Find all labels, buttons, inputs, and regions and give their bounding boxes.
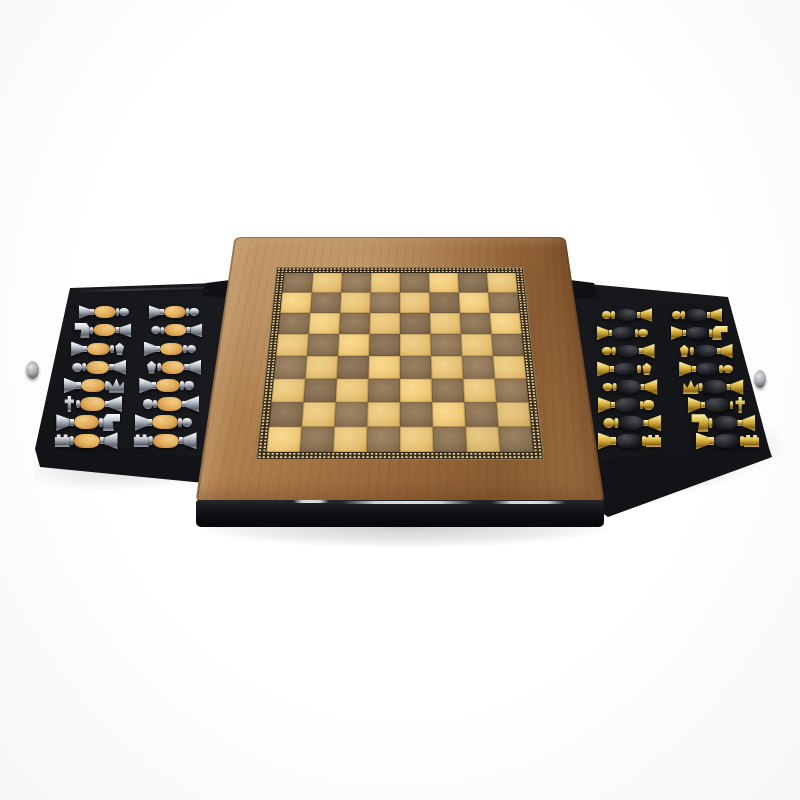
square-d1[interactable] [367, 427, 400, 452]
piece-part [157, 397, 182, 411]
tray-piece-right-queen[interactable] [683, 379, 744, 395]
piece-part [613, 383, 617, 392]
piece-part [639, 348, 643, 354]
piece-part [641, 363, 653, 376]
square-c3[interactable] [336, 379, 369, 403]
piece-part [110, 364, 114, 370]
piece-part [134, 434, 150, 447]
piece-part [691, 414, 708, 431]
square-g8[interactable] [458, 273, 488, 293]
piece-part [679, 362, 691, 377]
piece-part [710, 308, 722, 322]
piece-part [643, 400, 654, 409]
tray-piece-left-pawn[interactable] [139, 378, 200, 394]
piece-part [73, 434, 99, 448]
square-h1[interactable] [498, 427, 533, 452]
piece-part [712, 326, 727, 341]
tray-piece-left-rook[interactable] [53, 432, 118, 449]
piece-part [690, 347, 693, 355]
piece-part [89, 327, 92, 335]
piece-part [156, 379, 180, 392]
tray-piece-left-knight[interactable] [56, 414, 119, 431]
square-e3[interactable] [400, 379, 432, 403]
piece-part [671, 311, 680, 319]
square-e8[interactable] [400, 273, 429, 293]
tray-piece-right-pawn[interactable] [597, 344, 655, 359]
tray-piece-right-rook[interactable] [598, 433, 663, 450]
left-drawer-knob[interactable] [26, 361, 39, 379]
square-b3[interactable] [304, 379, 337, 403]
piece-part [696, 433, 710, 450]
square-b6[interactable] [309, 313, 341, 334]
square-e7[interactable] [400, 293, 430, 313]
piece-part [145, 361, 157, 374]
piece-part [186, 396, 199, 412]
piece-part [71, 342, 83, 357]
square-f2[interactable] [432, 402, 465, 426]
square-g7[interactable] [459, 293, 490, 313]
piece-part [615, 398, 640, 412]
square-e5[interactable] [400, 334, 431, 356]
piece-part [164, 306, 186, 317]
piece-part [598, 433, 612, 450]
piece-part [684, 309, 706, 320]
tray-piece-right-bishop[interactable] [597, 362, 656, 377]
piece-part [611, 311, 614, 318]
piece-part [688, 397, 701, 413]
piece-part [615, 345, 638, 357]
piece-part [640, 308, 652, 322]
chess-box-scene [0, 0, 800, 800]
piece-part [708, 418, 712, 427]
tray-piece-right-pawn[interactable] [597, 326, 653, 340]
piece-part [645, 379, 658, 395]
piece-part [164, 324, 187, 336]
piece-part [184, 432, 198, 449]
piece-part [602, 347, 612, 355]
piece-part [191, 323, 203, 337]
square-c7[interactable] [340, 293, 370, 313]
piece-part [94, 306, 116, 317]
piece-part [723, 365, 733, 374]
square-h5[interactable] [491, 334, 524, 356]
base-gloss-streak [492, 501, 566, 504]
tray-piece-left-pawn[interactable] [67, 360, 126, 375]
piece-part [742, 415, 755, 432]
square-d7[interactable] [370, 293, 400, 313]
tray-piece-right-pawn[interactable] [667, 308, 722, 322]
piece-part [151, 326, 161, 334]
piece-part [135, 414, 148, 431]
board-lid [195, 237, 604, 503]
square-b8[interactable] [312, 273, 342, 293]
piece-part [139, 378, 152, 394]
piece-part [114, 360, 126, 375]
square-h3[interactable] [495, 379, 529, 403]
square-e2[interactable] [400, 402, 433, 426]
square-h4[interactable] [493, 356, 526, 379]
tray-piece-left-rook[interactable] [132, 432, 197, 449]
tray-piece-left-bishop[interactable] [71, 342, 129, 357]
square-g6[interactable] [460, 313, 492, 334]
piece-part [617, 380, 641, 393]
piece-part [712, 416, 737, 430]
piece-part [54, 434, 70, 447]
piece-part [110, 345, 113, 353]
piece-part [149, 436, 153, 445]
piece-part [187, 327, 191, 333]
tray-piece-right-rook[interactable] [696, 433, 761, 450]
piece-part [717, 348, 721, 354]
piece-part [105, 401, 109, 408]
square-f4[interactable] [431, 356, 463, 379]
piece-part [603, 418, 614, 428]
square-c6[interactable] [339, 313, 370, 334]
square-f3[interactable] [432, 379, 465, 403]
piece-part [637, 365, 641, 373]
piece-part [143, 399, 154, 408]
square-c2[interactable] [334, 402, 367, 426]
piece-part [686, 327, 709, 339]
tray-piece-right-pawn[interactable] [598, 397, 660, 413]
tray-piece-right-knight[interactable] [671, 326, 727, 340]
piece-part [614, 363, 638, 376]
piece-part [119, 323, 131, 337]
piece-part [646, 435, 662, 448]
piece-part [179, 437, 184, 444]
piece-part [709, 329, 712, 337]
tray-piece-right-bishop[interactable] [675, 344, 733, 359]
square-f6[interactable] [430, 313, 461, 334]
piece-part [706, 312, 710, 318]
piece-part [187, 345, 197, 353]
piece-part [93, 324, 116, 336]
square-a7[interactable] [280, 293, 311, 313]
piece-part [696, 363, 720, 376]
tray-piece-right-pawn[interactable] [597, 379, 658, 395]
piece-part [731, 379, 744, 395]
square-g4[interactable] [462, 356, 495, 379]
piece-part [693, 345, 716, 357]
piece-part [182, 401, 186, 408]
piece-part [740, 436, 744, 445]
square-b7[interactable] [310, 293, 341, 313]
piece-part [612, 347, 615, 355]
tray-piece-right-king[interactable] [688, 397, 750, 413]
piece-part [73, 363, 83, 372]
square-g5[interactable] [461, 334, 493, 356]
tray-piece-left-knight[interactable] [75, 323, 131, 337]
square-g3[interactable] [463, 379, 496, 403]
square-c4[interactable] [337, 356, 369, 379]
board-inlay-border [256, 267, 544, 459]
piece-part [81, 379, 105, 392]
piece-part [161, 327, 164, 335]
piece-part [182, 418, 193, 428]
piece-part [681, 311, 684, 318]
piece-part [643, 344, 655, 359]
piece-part [80, 397, 105, 411]
piece-part [74, 323, 89, 338]
piece-part [598, 397, 611, 413]
square-f5[interactable] [430, 334, 462, 356]
square-a1[interactable] [266, 427, 301, 452]
piece-part [744, 435, 760, 448]
piece-part [601, 311, 610, 319]
square-a8[interactable] [282, 273, 313, 293]
tray-piece-left-pawn[interactable] [79, 305, 134, 319]
piece-part [727, 384, 731, 391]
tray-piece-left-pawn[interactable] [146, 323, 202, 337]
square-g1[interactable] [466, 427, 501, 452]
square-b1[interactable] [300, 427, 335, 452]
square-d3[interactable] [368, 379, 400, 403]
piece-part [614, 418, 618, 427]
square-b4[interactable] [305, 356, 338, 379]
square-h7[interactable] [488, 293, 519, 313]
piece-part [144, 342, 156, 357]
piece-part [737, 420, 741, 427]
piece-part [699, 383, 703, 392]
square-h8[interactable] [487, 273, 518, 293]
piece-part [87, 343, 110, 355]
piece-part [105, 381, 109, 390]
piece-part [636, 312, 640, 318]
piece-part [109, 396, 122, 412]
square-a5[interactable] [276, 334, 309, 356]
base-gloss-streak [342, 501, 474, 504]
piece-part [597, 326, 609, 340]
piece-part [69, 436, 73, 445]
piece-part [115, 327, 119, 333]
piece-part [714, 434, 740, 448]
piece-part [643, 420, 647, 427]
piece-part [671, 326, 683, 340]
piece-part [153, 400, 157, 409]
piece-part [83, 363, 87, 371]
piece-part [705, 398, 730, 412]
tray-piece-left-bishop[interactable] [142, 360, 201, 375]
piece-part [76, 382, 80, 389]
piece-part [74, 415, 99, 429]
piece-part [109, 378, 125, 392]
piece-part [641, 384, 645, 391]
piece-part [64, 378, 77, 394]
piece-part [721, 344, 733, 359]
piece-part [104, 432, 118, 449]
piece-part [152, 415, 177, 429]
board-grid [265, 272, 535, 453]
piece-part [86, 361, 110, 374]
piece-part [648, 415, 661, 432]
square-d6[interactable] [370, 313, 400, 334]
tray-piece-left-pawn[interactable] [137, 396, 199, 412]
piece-part [160, 343, 183, 355]
piece-part [614, 309, 636, 320]
piece-part [149, 305, 161, 319]
piece-part [63, 396, 77, 412]
piece-part [184, 381, 194, 390]
square-d8[interactable] [371, 273, 400, 293]
square-g2[interactable] [464, 402, 498, 426]
piece-part [76, 400, 80, 409]
tray-piece-right-pawn[interactable] [679, 362, 738, 377]
square-h6[interactable] [490, 313, 522, 334]
piece-part [99, 418, 103, 427]
piece-part [56, 414, 69, 431]
piece-part [184, 364, 188, 370]
square-f8[interactable] [429, 273, 459, 293]
piece-part [642, 436, 646, 445]
piece-part [153, 434, 179, 448]
square-b5[interactable] [307, 334, 339, 356]
square-e1[interactable] [400, 427, 433, 452]
piece-part [103, 414, 120, 431]
tray-piece-right-knight[interactable] [692, 415, 755, 432]
square-f7[interactable] [429, 293, 459, 313]
piece-part [638, 329, 648, 337]
tray-piece-left-pawn[interactable] [149, 305, 204, 319]
piece-part [99, 437, 104, 444]
piece-part [79, 305, 91, 319]
square-c5[interactable] [338, 334, 370, 356]
box-base [196, 500, 604, 527]
tray-piece-left-pawn[interactable] [135, 414, 198, 431]
square-f1[interactable] [433, 427, 467, 452]
tray-piece-right-pawn[interactable] [598, 415, 661, 432]
square-a4[interactable] [274, 356, 307, 379]
square-c8[interactable] [341, 273, 371, 293]
square-d2[interactable] [367, 402, 400, 426]
tray-piece-left-pawn[interactable] [144, 342, 202, 357]
square-d4[interactable] [368, 356, 400, 379]
piece-part [618, 416, 643, 430]
tray-piece-right-pawn[interactable] [597, 308, 652, 322]
right-drawer-knob[interactable] [754, 370, 766, 388]
piece-part [189, 308, 198, 316]
square-b2[interactable] [302, 402, 336, 426]
piece-part [603, 383, 613, 392]
piece-part [597, 362, 609, 377]
piece-part [683, 380, 699, 394]
piece-part [733, 397, 747, 413]
square-c1[interactable] [333, 427, 367, 452]
square-d5[interactable] [369, 334, 400, 356]
piece-part [161, 361, 185, 374]
piece-part [157, 363, 161, 371]
tray-piece-left-king[interactable] [60, 396, 122, 412]
piece-part [188, 360, 200, 375]
piece-part [730, 401, 734, 410]
square-h2[interactable] [496, 402, 531, 426]
piece-part [612, 327, 635, 339]
tray-piece-left-queen[interactable] [64, 378, 125, 394]
piece-part [119, 308, 128, 316]
square-e6[interactable] [400, 313, 430, 334]
piece-part [678, 345, 690, 357]
base-gloss-streak [293, 500, 329, 503]
square-a6[interactable] [278, 313, 310, 334]
square-a2[interactable] [269, 402, 304, 426]
piece-part [114, 343, 126, 355]
square-a3[interactable] [271, 379, 305, 403]
piece-part [703, 380, 727, 393]
piece-part [616, 434, 642, 448]
square-e4[interactable] [400, 356, 432, 379]
